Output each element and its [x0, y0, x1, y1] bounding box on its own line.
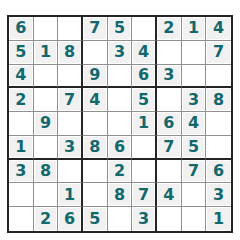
cell-r5c8[interactable]: 4	[182, 112, 207, 136]
cell-r7c5[interactable]: 2	[108, 160, 133, 184]
cell-r5c7[interactable]: 6	[157, 112, 182, 136]
cell-r8c8[interactable]	[182, 183, 207, 207]
cell-r9c6[interactable]: 3	[132, 207, 157, 231]
page-background: 6752145183474963274538916413867538276187…	[0, 0, 240, 240]
cell-r9c1[interactable]	[9, 207, 34, 231]
cell-r7c3[interactable]	[58, 160, 83, 184]
cell-r3c9[interactable]	[206, 65, 231, 89]
cell-r4c7[interactable]	[157, 88, 182, 112]
cell-r3c7[interactable]: 3	[157, 65, 182, 89]
cell-r1c4[interactable]: 7	[83, 17, 108, 41]
cell-r7c6[interactable]	[132, 160, 157, 184]
cell-r5c4[interactable]	[83, 112, 108, 136]
given-digit: 3	[114, 44, 125, 60]
cell-r5c6[interactable]: 1	[132, 112, 157, 136]
given-digit: 5	[89, 211, 100, 227]
given-digit: 8	[64, 44, 75, 60]
cell-r2c9[interactable]: 7	[206, 41, 231, 65]
given-digit: 2	[15, 92, 26, 108]
given-digit: 7	[89, 20, 100, 36]
given-digit: 2	[163, 20, 174, 36]
cell-r1c6[interactable]	[132, 17, 157, 41]
given-digit: 3	[64, 139, 75, 155]
cell-r8c7[interactable]: 4	[157, 183, 182, 207]
cell-r6c9[interactable]	[206, 136, 231, 160]
cell-r6c2[interactable]	[34, 136, 59, 160]
given-digit: 1	[213, 211, 224, 227]
cell-r6c6[interactable]	[132, 136, 157, 160]
given-digit: 5	[114, 20, 125, 36]
cell-r8c2[interactable]	[34, 183, 59, 207]
cell-r2c1[interactable]: 5	[9, 41, 34, 65]
given-digit: 3	[15, 163, 26, 179]
given-digit: 5	[15, 44, 26, 60]
cell-r1c1[interactable]: 6	[9, 17, 34, 41]
cell-r2c3[interactable]: 8	[58, 41, 83, 65]
given-digit: 9	[40, 115, 51, 131]
cell-r1c2[interactable]	[34, 17, 59, 41]
given-digit: 7	[163, 139, 174, 155]
given-digit: 6	[64, 211, 75, 227]
given-digit: 4	[89, 92, 100, 108]
given-digit: 3	[188, 92, 199, 108]
cell-r8c1[interactable]	[9, 183, 34, 207]
cell-r5c2[interactable]: 9	[34, 112, 59, 136]
cell-r1c9[interactable]: 4	[206, 17, 231, 41]
cell-r2c8[interactable]	[182, 41, 207, 65]
cell-r6c3[interactable]: 3	[58, 136, 83, 160]
cell-r8c6[interactable]: 7	[132, 183, 157, 207]
given-digit: 1	[64, 187, 75, 203]
given-digit: 1	[40, 44, 51, 60]
cell-r6c7[interactable]: 7	[157, 136, 182, 160]
cell-r7c8[interactable]: 7	[182, 160, 207, 184]
cell-r1c5[interactable]: 5	[108, 17, 133, 41]
given-digit: 7	[213, 44, 224, 60]
sudoku-board: 6752145183474963274538916413867538276187…	[7, 15, 233, 233]
cell-r9c4[interactable]: 5	[83, 207, 108, 231]
cell-r5c3[interactable]	[58, 112, 83, 136]
cell-r3c1[interactable]: 4	[9, 65, 34, 89]
given-digit: 7	[64, 92, 75, 108]
cell-r8c9[interactable]: 3	[206, 183, 231, 207]
cell-r3c5[interactable]	[108, 65, 133, 89]
cell-r6c8[interactable]: 5	[182, 136, 207, 160]
cell-r5c5[interactable]	[108, 112, 133, 136]
cell-r7c1[interactable]: 3	[9, 160, 34, 184]
cell-r2c5[interactable]: 3	[108, 41, 133, 65]
cell-r8c5[interactable]: 8	[108, 183, 133, 207]
given-digit: 8	[89, 139, 100, 155]
cell-r4c9[interactable]: 8	[206, 88, 231, 112]
cell-r7c9[interactable]: 6	[206, 160, 231, 184]
cell-r5c1[interactable]	[9, 112, 34, 136]
given-digit: 4	[15, 67, 26, 83]
cell-r3c3[interactable]	[58, 65, 83, 89]
given-digit: 4	[138, 44, 149, 60]
cell-r9c5[interactable]	[108, 207, 133, 231]
cell-r2c2[interactable]: 1	[34, 41, 59, 65]
given-digit: 1	[15, 139, 26, 155]
given-digit: 4	[213, 20, 224, 36]
cell-r1c8[interactable]: 1	[182, 17, 207, 41]
given-digit: 7	[138, 187, 149, 203]
given-digit: 6	[163, 115, 174, 131]
cell-r4c8[interactable]: 3	[182, 88, 207, 112]
cell-r8c4[interactable]	[83, 183, 108, 207]
given-digit: 3	[213, 187, 224, 203]
given-digit: 8	[40, 163, 51, 179]
cell-r3c2[interactable]	[34, 65, 59, 89]
cell-r5c9[interactable]	[206, 112, 231, 136]
cell-r7c4[interactable]	[83, 160, 108, 184]
cell-r3c6[interactable]: 6	[132, 65, 157, 89]
given-digit: 1	[138, 115, 149, 131]
cell-r2c6[interactable]: 4	[132, 41, 157, 65]
given-digit: 6	[15, 20, 26, 36]
given-digit: 4	[163, 187, 174, 203]
cell-r9c8[interactable]	[182, 207, 207, 231]
given-digit: 9	[89, 67, 100, 83]
cell-r9c3[interactable]: 6	[58, 207, 83, 231]
cell-r7c7[interactable]	[157, 160, 182, 184]
given-digit: 6	[138, 67, 149, 83]
given-digit: 5	[188, 139, 199, 155]
cell-r4c6[interactable]: 5	[132, 88, 157, 112]
cell-r4c2[interactable]	[34, 88, 59, 112]
cell-r4c3[interactable]: 7	[58, 88, 83, 112]
cell-r4c1[interactable]: 2	[9, 88, 34, 112]
given-digit: 2	[114, 163, 125, 179]
given-digit: 1	[188, 20, 199, 36]
cell-r9c2[interactable]: 2	[34, 207, 59, 231]
given-digit: 8	[213, 92, 224, 108]
cell-r4c4[interactable]: 4	[83, 88, 108, 112]
cell-r8c3[interactable]: 1	[58, 183, 83, 207]
given-digit: 8	[114, 187, 125, 203]
given-digit: 2	[40, 211, 51, 227]
cell-r4c5[interactable]	[108, 88, 133, 112]
given-digit: 5	[138, 92, 149, 108]
given-digit: 6	[114, 139, 125, 155]
cell-r1c3[interactable]	[58, 17, 83, 41]
given-digit: 3	[138, 211, 149, 227]
given-digit: 6	[213, 163, 224, 179]
given-digit: 4	[188, 115, 199, 131]
cell-r1c7[interactable]: 2	[157, 17, 182, 41]
given-digit: 7	[188, 163, 199, 179]
cell-r2c7[interactable]	[157, 41, 182, 65]
cell-r3c4[interactable]: 9	[83, 65, 108, 89]
cell-r2c4[interactable]	[83, 41, 108, 65]
cell-r9c9[interactable]: 1	[206, 207, 231, 231]
cell-r6c5[interactable]: 6	[108, 136, 133, 160]
given-digit: 3	[163, 67, 174, 83]
cell-r6c4[interactable]: 8	[83, 136, 108, 160]
cell-r7c2[interactable]: 8	[34, 160, 59, 184]
cell-r6c1[interactable]: 1	[9, 136, 34, 160]
cell-r3c8[interactable]	[182, 65, 207, 89]
cell-r9c7[interactable]	[157, 207, 182, 231]
